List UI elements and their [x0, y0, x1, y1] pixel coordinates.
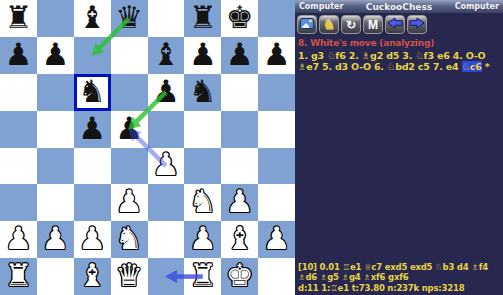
- square-c3[interactable]: [74, 184, 111, 221]
- black-pawn-b7: ♟: [41, 39, 69, 70]
- redo-arrow-icon: [409, 17, 425, 32]
- white-pawn-c2: ♟: [78, 223, 106, 254]
- mode-button[interactable]: M: [363, 15, 383, 34]
- square-e1[interactable]: [148, 258, 185, 295]
- app-title: CuckooChess: [366, 2, 432, 12]
- moves-before: 1. g3 ♘f6 2. ♗g2 d5 3. ♘f3 e6 4. O-O ♗e7…: [298, 50, 485, 72]
- white-king-g1: ♚: [226, 260, 254, 291]
- board-grid[interactable]: ♜♝♛♜♚♟♟♝♟♟♟♞♟♞♟♟♟♟♞♟♟♟♟♞♟♝♟♜♝♛♜♚: [0, 0, 295, 295]
- current-move-highlight[interactable]: ♘c6: [462, 61, 482, 72]
- hint-knight-icon: ♞: [323, 18, 335, 31]
- black-pawn-g7: ♟: [226, 39, 254, 70]
- square-e3[interactable]: [148, 184, 185, 221]
- white-pawn-d3: ♟: [115, 186, 143, 217]
- right-panel: Computer CuckooChess Computer ♞ ↻: [295, 0, 503, 295]
- square-d6[interactable]: [111, 74, 148, 111]
- square-f1[interactable]: ♜: [184, 258, 221, 295]
- square-b2[interactable]: ♟: [37, 221, 74, 258]
- square-c6[interactable]: ♞: [74, 74, 111, 111]
- cuckoochess-app: ♜♝♛♜♚♟♟♝♟♟♟♞♟♞♟♟♟♟♞♟♟♟♟♞♟♝♟♜♝♛♜♚ Compute…: [0, 0, 503, 295]
- white-pawn-h2: ♟: [263, 223, 291, 254]
- square-f6[interactable]: ♞: [184, 74, 221, 111]
- square-g8[interactable]: ♚: [221, 0, 258, 37]
- square-b1[interactable]: [37, 258, 74, 295]
- square-g4[interactable]: [221, 148, 258, 185]
- black-king-g8: ♚: [226, 2, 254, 33]
- black-pawn-e6: ♟: [152, 76, 180, 107]
- square-g6[interactable]: [221, 74, 258, 111]
- square-a5[interactable]: [0, 111, 37, 148]
- redo-button[interactable]: [407, 15, 427, 34]
- white-bishop-c1: ♝: [78, 260, 106, 291]
- square-b7[interactable]: ♟: [37, 37, 74, 74]
- square-h5[interactable]: [258, 111, 295, 148]
- square-d4[interactable]: [111, 148, 148, 185]
- square-a3[interactable]: [0, 184, 37, 221]
- square-a7[interactable]: ♟: [0, 37, 37, 74]
- white-rook-a1: ♜: [5, 260, 33, 291]
- title-left-label: Computer: [299, 2, 343, 11]
- engine-output: [10] 0.01 ♖e1 ♕c7 exd5 exd5 ♘b3 d4 ♗f4 ♗…: [295, 262, 503, 295]
- square-a8[interactable]: ♜: [0, 0, 37, 37]
- title-bar: Computer CuckooChess Computer: [295, 0, 503, 13]
- square-h3[interactable]: [258, 184, 295, 221]
- square-f5[interactable]: [184, 111, 221, 148]
- square-f4[interactable]: [184, 148, 221, 185]
- white-knight-d2: ♞: [115, 223, 143, 254]
- white-pawn-b2: ♟: [41, 223, 69, 254]
- rotate-button[interactable]: ↻: [341, 15, 361, 34]
- square-g7[interactable]: ♟: [221, 37, 258, 74]
- black-bishop-c8: ♝: [78, 2, 106, 33]
- square-h1[interactable]: [258, 258, 295, 295]
- square-c5[interactable]: ♟: [74, 111, 111, 148]
- square-h6[interactable]: [258, 74, 295, 111]
- square-h2[interactable]: ♟: [258, 221, 295, 258]
- white-queen-d1: ♛: [115, 260, 143, 291]
- white-pawn-a2: ♟: [5, 223, 33, 254]
- square-b4[interactable]: [37, 148, 74, 185]
- square-g5[interactable]: [221, 111, 258, 148]
- square-b5[interactable]: [37, 111, 74, 148]
- square-e2[interactable]: [148, 221, 185, 258]
- square-d2[interactable]: ♞: [111, 221, 148, 258]
- rotate-icon: ↻: [346, 19, 356, 31]
- black-pawn-d5: ♟: [115, 113, 143, 144]
- black-bishop-e7: ♝: [152, 39, 180, 70]
- square-f7[interactable]: ♟: [184, 37, 221, 74]
- move-list[interactable]: 1. g3 ♘f6 2. ♗g2 d5 3. ♘f3 e6 4. O-O ♗e7…: [295, 48, 503, 72]
- white-pawn-g3: ♟: [226, 186, 254, 217]
- white-pawn-e4: ♟: [152, 149, 180, 180]
- square-g1[interactable]: ♚: [221, 258, 258, 295]
- black-pawn-a7: ♟: [5, 39, 33, 70]
- square-e6[interactable]: ♟: [148, 74, 185, 111]
- square-d8[interactable]: ♛: [111, 0, 148, 37]
- board-icon: [300, 17, 314, 32]
- undo-button[interactable]: [385, 15, 405, 34]
- square-g2[interactable]: ♝: [221, 221, 258, 258]
- white-pawn-f2: ♟: [189, 223, 217, 254]
- black-queen-d8: ♛: [115, 2, 143, 33]
- panel-spacer: [295, 72, 503, 262]
- moves-after: *: [482, 61, 490, 72]
- black-rook-f8: ♜: [189, 2, 217, 33]
- square-f3[interactable]: ♞: [184, 184, 221, 221]
- square-b3[interactable]: [37, 184, 74, 221]
- black-pawn-f7: ♟: [189, 39, 217, 70]
- square-g3[interactable]: ♟: [221, 184, 258, 221]
- black-pawn-h7: ♟: [263, 39, 291, 70]
- square-c1[interactable]: ♝: [74, 258, 111, 295]
- hint-button[interactable]: ♞: [319, 15, 339, 34]
- board-button[interactable]: [297, 15, 317, 34]
- black-rook-a8: ♜: [5, 2, 33, 33]
- toolbar: ♞ ↻ M: [295, 13, 503, 36]
- square-d5[interactable]: ♟: [111, 111, 148, 148]
- engine-status-text: 8. White's move (analyzing): [295, 36, 503, 48]
- square-b8[interactable]: [37, 0, 74, 37]
- square-e4[interactable]: ♟: [148, 148, 185, 185]
- square-c4[interactable]: [74, 148, 111, 185]
- white-bishop-g2: ♝: [226, 223, 254, 254]
- black-knight-c6: ♞: [78, 76, 106, 107]
- black-pawn-c5: ♟: [78, 113, 106, 144]
- square-e8[interactable]: [148, 0, 185, 37]
- square-c2[interactable]: ♟: [74, 221, 111, 258]
- black-knight-f6: ♞: [189, 76, 217, 107]
- square-e7[interactable]: ♝: [148, 37, 185, 74]
- square-h7[interactable]: ♟: [258, 37, 295, 74]
- undo-arrow-icon: [387, 17, 403, 32]
- square-h8[interactable]: [258, 0, 295, 37]
- square-d1[interactable]: ♛: [111, 258, 148, 295]
- square-f8[interactable]: ♜: [184, 0, 221, 37]
- square-c8[interactable]: ♝: [74, 0, 111, 37]
- square-e5[interactable]: [148, 111, 185, 148]
- square-a1[interactable]: ♜: [0, 258, 37, 295]
- white-rook-f1: ♜: [189, 260, 217, 291]
- chess-board: ♜♝♛♜♚♟♟♝♟♟♟♞♟♞♟♟♟♟♞♟♟♟♟♞♟♝♟♜♝♛♜♚: [0, 0, 295, 295]
- mode-label: M: [368, 19, 378, 31]
- square-a2[interactable]: ♟: [0, 221, 37, 258]
- square-b6[interactable]: [37, 74, 74, 111]
- square-a6[interactable]: [0, 74, 37, 111]
- square-d7[interactable]: [111, 37, 148, 74]
- search-stats-text: d:11 1:♖e1 t:73.80 n:237k nps:3218: [298, 283, 501, 294]
- square-a4[interactable]: [0, 148, 37, 185]
- square-f2[interactable]: ♟: [184, 221, 221, 258]
- square-d3[interactable]: ♟: [111, 184, 148, 221]
- title-right-label: Computer: [455, 2, 499, 11]
- square-h4[interactable]: [258, 148, 295, 185]
- square-c7[interactable]: [74, 37, 111, 74]
- principal-variation-text: [10] 0.01 ♖e1 ♕c7 exd5 exd5 ♘b3 d4 ♗f4 ♗…: [298, 262, 501, 283]
- white-knight-f3: ♞: [189, 186, 217, 217]
